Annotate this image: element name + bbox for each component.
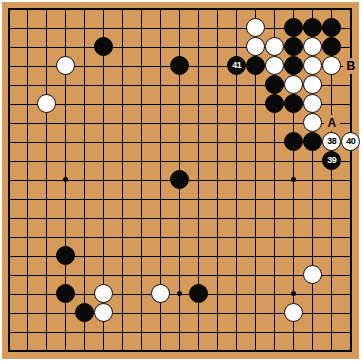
point-label-A: A — [324, 115, 340, 131]
move-number-label: 38 — [327, 137, 336, 146]
go-board-diagram: 41384039AB — [0, 0, 361, 361]
move-number-label: 39 — [327, 156, 336, 165]
point-label-B: B — [343, 58, 359, 74]
move-number-label: 41 — [232, 61, 241, 70]
move-number-label: 40 — [346, 137, 355, 146]
